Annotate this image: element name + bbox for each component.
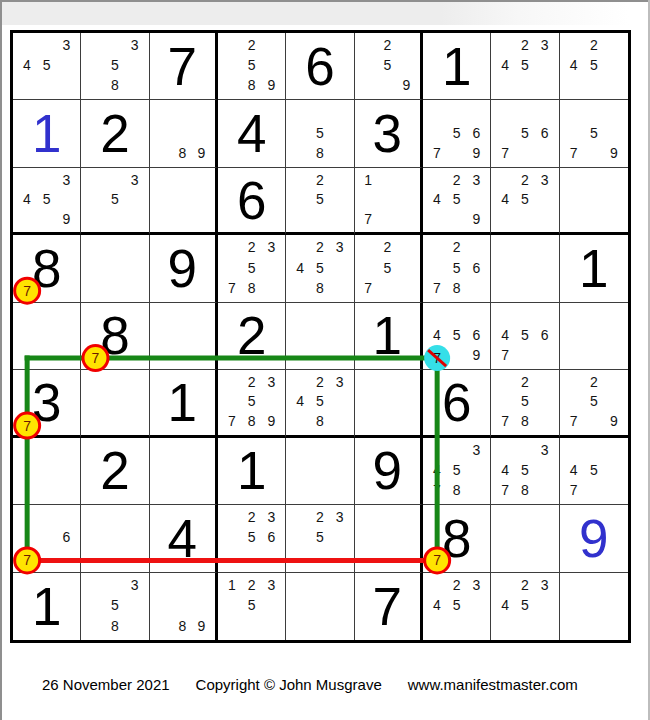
candidate	[290, 411, 310, 430]
candidate	[495, 237, 515, 257]
candidate	[37, 460, 57, 480]
cell-r6c7[interactable]: 6	[423, 370, 491, 437]
candidate	[427, 237, 447, 257]
cell-r3c1[interactable]: 3459	[13, 168, 81, 235]
cell-r3c3[interactable]	[150, 168, 218, 235]
candidate	[105, 35, 125, 55]
candidate	[359, 55, 378, 75]
candidate	[310, 480, 330, 500]
given-digit: 7	[150, 33, 215, 99]
candidate: 7	[359, 209, 378, 228]
candidate	[535, 507, 555, 527]
cell-r8c7[interactable]: 8	[423, 505, 491, 572]
cell-r4c6[interactable]: 257	[355, 235, 423, 302]
cell-r4c8[interactable]	[491, 235, 559, 302]
candidate: 3	[535, 575, 555, 595]
candidate	[192, 123, 211, 143]
candidate	[173, 305, 192, 325]
cell-r2c2[interactable]: 2	[81, 100, 149, 167]
cell-r4c5[interactable]: 23458	[286, 235, 354, 302]
candidate	[330, 102, 350, 122]
cell-r6c4[interactable]: 235789	[218, 370, 286, 437]
candidate	[378, 547, 397, 567]
candidate	[85, 595, 105, 615]
pencil-marks	[13, 303, 80, 369]
candidate: 5	[447, 123, 467, 143]
candidate	[564, 123, 584, 143]
cell-r7c5[interactable]	[286, 438, 354, 505]
candidate	[330, 440, 350, 460]
cell-r2c4[interactable]: 4	[218, 100, 286, 167]
candidate	[359, 75, 378, 95]
candidate	[37, 170, 57, 189]
pencil-marks	[355, 370, 420, 434]
candidate	[57, 345, 77, 365]
cell-r4c1[interactable]: 8	[13, 235, 81, 302]
candidate	[85, 616, 105, 636]
cell-r8c2[interactable]	[81, 505, 149, 572]
candidate: 3	[467, 170, 487, 189]
cell-r1c8[interactable]: 2345	[491, 33, 559, 100]
given-digit: 8	[81, 303, 148, 369]
candidate	[57, 189, 77, 208]
cell-r7c2[interactable]: 2	[81, 438, 149, 505]
cell-r6c1[interactable]: 3	[13, 370, 81, 437]
candidate	[222, 527, 242, 547]
cell-r9c7[interactable]: 2345	[423, 573, 491, 640]
cell-r3c9[interactable]	[560, 168, 628, 235]
pencil-marks: 3459	[13, 168, 80, 232]
candidate	[584, 189, 604, 208]
pencil-marks: 17	[355, 168, 420, 232]
cell-r8c6[interactable]	[355, 505, 423, 572]
cell-r9c3[interactable]: 89	[150, 573, 218, 640]
candidate	[467, 237, 487, 257]
candidate: 2	[447, 170, 467, 189]
candidate	[242, 547, 262, 567]
cell-r7c1[interactable]	[13, 438, 81, 505]
candidate	[495, 257, 515, 277]
candidate	[125, 278, 145, 298]
candidate: 9	[192, 143, 211, 163]
given-digit: 1	[218, 438, 285, 504]
candidate: 9	[604, 143, 624, 163]
candidate	[154, 616, 173, 636]
cell-r8c5[interactable]: 235	[286, 505, 354, 572]
cell-r6c5[interactable]: 23458	[286, 370, 354, 437]
candidate	[105, 209, 125, 228]
candidate	[397, 209, 416, 228]
candidate	[495, 123, 515, 143]
candidate	[359, 527, 378, 547]
candidate: 7	[564, 411, 584, 430]
candidate	[495, 75, 515, 95]
candidate	[192, 325, 211, 345]
cell-r3c4[interactable]: 6	[218, 168, 286, 235]
candidate	[85, 372, 105, 391]
cell-r5c7[interactable]: 45679	[423, 303, 491, 370]
cell-r2c7[interactable]: 5679	[423, 100, 491, 167]
candidate	[37, 305, 57, 325]
candidate	[222, 507, 242, 527]
candidate	[564, 325, 584, 345]
candidate	[192, 102, 211, 122]
candidate: 5	[515, 392, 535, 411]
pencil-marks: 457	[560, 438, 628, 504]
pencil-marks: 257	[355, 235, 420, 301]
candidate	[192, 480, 211, 500]
candidate	[535, 595, 555, 615]
candidate	[192, 209, 211, 228]
cell-r1c3[interactable]: 7	[150, 33, 218, 100]
candidate	[310, 345, 330, 365]
candidate	[37, 547, 57, 567]
cell-r1c9[interactable]: 245	[560, 33, 628, 100]
candidate: 8	[310, 143, 330, 163]
candidate	[330, 325, 350, 345]
candidate: 7	[17, 547, 37, 567]
cell-r9c1[interactable]: 1	[13, 573, 81, 640]
cell-r3c2[interactable]: 35	[81, 168, 149, 235]
candidate	[57, 507, 77, 527]
candidate	[535, 189, 555, 208]
cell-r8c8[interactable]	[491, 505, 559, 572]
candidate	[564, 616, 584, 636]
candidate	[173, 460, 192, 480]
candidate: 2	[447, 237, 467, 257]
candidate	[564, 102, 584, 122]
candidate	[604, 372, 624, 391]
candidate	[242, 616, 262, 636]
cell-r4c7[interactable]: 25678	[423, 235, 491, 302]
candidate	[330, 616, 350, 636]
pencil-marks: 2356	[218, 505, 285, 571]
candidate	[330, 480, 350, 500]
candidate	[515, 345, 535, 365]
candidate: 3	[330, 507, 350, 527]
candidate	[173, 189, 192, 208]
candidate: 4	[495, 595, 515, 615]
candidate: 8	[105, 616, 125, 636]
cell-r6c8[interactable]: 2578	[491, 370, 559, 437]
cell-r6c2[interactable]	[81, 370, 149, 437]
candidate: 5	[515, 55, 535, 75]
cell-r9c4[interactable]: 1235	[218, 573, 286, 640]
cell-r3c7[interactable]: 23459	[423, 168, 491, 235]
candidate	[359, 547, 378, 567]
given-digit: 4	[150, 505, 215, 571]
candidate: 8	[310, 411, 330, 430]
candidate	[57, 547, 77, 567]
candidate: 3	[125, 35, 145, 55]
candidate	[495, 305, 515, 325]
candidate: 8	[310, 278, 330, 298]
sudoku-board: 3453587258962591234524512894583567956757…	[10, 30, 631, 643]
candidate	[17, 480, 37, 500]
candidate	[17, 170, 37, 189]
candidate	[535, 143, 555, 163]
cell-r9c6[interactable]: 7	[355, 573, 423, 640]
candidate	[584, 440, 604, 460]
cell-r8c9[interactable]: 9	[560, 505, 628, 572]
candidate	[535, 305, 555, 325]
candidate	[290, 460, 310, 480]
cell-r4c4[interactable]: 23578	[218, 235, 286, 302]
cell-r1c2[interactable]: 358	[81, 33, 149, 100]
candidate	[85, 209, 105, 228]
candidate	[192, 189, 211, 208]
cell-r9c2[interactable]: 358	[81, 573, 149, 640]
candidate	[330, 305, 350, 325]
cell-r5c9[interactable]	[560, 303, 628, 370]
candidate	[495, 507, 515, 527]
cell-r2c6[interactable]: 3	[355, 100, 423, 167]
candidate	[330, 278, 350, 298]
candidate	[154, 460, 173, 480]
given-digit: 6	[218, 168, 285, 232]
candidate	[535, 547, 555, 567]
candidate	[125, 209, 145, 228]
candidate	[85, 170, 105, 189]
candidate: 1	[359, 170, 378, 189]
cell-r1c5[interactable]: 6	[286, 33, 354, 100]
candidate	[564, 440, 584, 460]
candidate	[125, 411, 145, 430]
candidate: 2	[242, 507, 262, 527]
cell-r1c4[interactable]: 2589	[218, 33, 286, 100]
solver-digit: 9	[560, 505, 628, 571]
given-digit: 9	[355, 438, 420, 504]
candidate: 5	[447, 325, 467, 345]
candidate	[125, 372, 145, 391]
pencil-marks	[286, 438, 353, 504]
candidate: 2	[515, 575, 535, 595]
candidate: 8	[447, 480, 467, 500]
candidate	[604, 595, 624, 615]
candidate	[154, 123, 173, 143]
candidate	[192, 440, 211, 460]
candidate	[535, 278, 555, 298]
candidate	[310, 209, 330, 228]
candidate	[604, 305, 624, 325]
cell-r6c3[interactable]: 1	[150, 370, 218, 437]
candidate	[37, 480, 57, 500]
footer: 26 November 2021Copyright © John Musgrav…	[42, 676, 604, 693]
candidate	[310, 547, 330, 567]
candidate: 5	[515, 325, 535, 345]
candidate: 7	[564, 480, 584, 500]
candidate	[37, 75, 57, 95]
cell-r2c5[interactable]: 58	[286, 100, 354, 167]
candidate: 3	[330, 237, 350, 257]
candidate	[535, 257, 555, 277]
candidate	[57, 55, 77, 75]
cell-r2c1[interactable]: 1	[13, 100, 81, 167]
cell-r3c6[interactable]: 17	[355, 168, 423, 235]
cell-r8c4[interactable]: 2356	[218, 505, 286, 572]
candidate	[17, 440, 37, 460]
candidate	[17, 460, 37, 480]
candidate	[495, 170, 515, 189]
candidate	[85, 547, 105, 567]
candidate	[515, 102, 535, 122]
pencil-marks: 34578	[423, 438, 490, 504]
candidate	[564, 35, 584, 55]
cell-r6c6[interactable]	[355, 370, 423, 437]
cell-r7c9[interactable]: 457	[560, 438, 628, 505]
candidate	[125, 257, 145, 277]
cell-r5c3[interactable]	[150, 303, 218, 370]
cell-r7c7[interactable]: 34578	[423, 438, 491, 505]
candidate	[427, 257, 447, 277]
candidate	[57, 325, 77, 345]
candidate: 5	[584, 392, 604, 411]
candidate: 5	[447, 595, 467, 615]
candidate: 2	[378, 35, 397, 55]
candidate	[584, 75, 604, 95]
cell-r4c9[interactable]: 1	[560, 235, 628, 302]
cell-r1c6[interactable]: 259	[355, 33, 423, 100]
candidate	[397, 392, 416, 411]
cell-r5c1[interactable]	[13, 303, 81, 370]
candidate	[397, 507, 416, 527]
given-digit: 1	[150, 370, 215, 434]
cell-r5c5[interactable]	[286, 303, 354, 370]
candidate	[290, 616, 310, 636]
candidate	[154, 102, 173, 122]
cell-r7c4[interactable]: 1	[218, 438, 286, 505]
candidate	[427, 616, 447, 636]
candidate: 5	[242, 392, 262, 411]
candidate	[467, 189, 487, 208]
candidate	[290, 507, 310, 527]
cell-r2c3[interactable]: 89	[150, 100, 218, 167]
candidate	[515, 278, 535, 298]
candidate	[154, 170, 173, 189]
candidate	[105, 547, 125, 567]
candidate: 2	[515, 372, 535, 391]
candidate	[378, 372, 397, 391]
candidate: 3	[535, 35, 555, 55]
candidate	[330, 189, 350, 208]
candidate	[535, 616, 555, 636]
candidate	[85, 278, 105, 298]
candidate	[467, 102, 487, 122]
cell-r4c3[interactable]: 9	[150, 235, 218, 302]
candidate	[447, 305, 467, 325]
candidate	[584, 616, 604, 636]
candidate: 7	[495, 480, 515, 500]
candidate	[222, 75, 242, 95]
candidate	[495, 547, 515, 567]
pencil-marks: 67	[13, 505, 80, 571]
footer-copyright: Copyright © John Musgrave	[196, 676, 382, 693]
candidate	[173, 102, 192, 122]
cell-r7c3[interactable]	[150, 438, 218, 505]
candidate	[467, 278, 487, 298]
candidate	[584, 411, 604, 430]
cell-r2c8[interactable]: 567	[491, 100, 559, 167]
candidate: 7	[359, 278, 378, 298]
cell-r6c9[interactable]: 2579	[560, 370, 628, 437]
candidate	[447, 440, 467, 460]
candidate	[604, 209, 624, 228]
cell-r7c8[interactable]: 34578	[491, 438, 559, 505]
candidate	[515, 257, 535, 277]
candidate	[192, 575, 211, 595]
candidate	[154, 440, 173, 460]
pencil-marks	[491, 505, 558, 571]
cell-r5c8[interactable]: 4567	[491, 303, 559, 370]
candidate	[17, 345, 37, 365]
candidate	[125, 616, 145, 636]
cell-r8c3[interactable]: 4	[150, 505, 218, 572]
cell-r9c9[interactable]	[560, 573, 628, 640]
cell-r5c6[interactable]: 1	[355, 303, 423, 370]
candidate: 7	[495, 143, 515, 163]
candidate	[564, 595, 584, 615]
cell-r9c8[interactable]: 2345	[491, 573, 559, 640]
candidate	[427, 305, 447, 325]
candidate: 3	[467, 575, 487, 595]
cell-r3c5[interactable]: 25	[286, 168, 354, 235]
candidate	[604, 325, 624, 345]
cell-r5c4[interactable]: 2	[218, 303, 286, 370]
pencil-marks: 4567	[491, 303, 558, 369]
cell-r1c1[interactable]: 345	[13, 33, 81, 100]
candidate: 4	[495, 55, 515, 75]
cell-r8c1[interactable]: 67	[13, 505, 81, 572]
candidate: 8	[515, 411, 535, 430]
candidate: 7	[495, 411, 515, 430]
candidate	[290, 189, 310, 208]
candidate	[290, 480, 310, 500]
candidate: 4	[427, 189, 447, 208]
cell-r7c6[interactable]: 9	[355, 438, 423, 505]
candidate	[17, 35, 37, 55]
pencil-marks: 23578	[218, 235, 285, 301]
candidate	[85, 35, 105, 55]
cell-r2c9[interactable]: 579	[560, 100, 628, 167]
pencil-marks: 35	[81, 168, 148, 232]
candidate	[604, 170, 624, 189]
candidate: 5	[447, 189, 467, 208]
candidate	[495, 102, 515, 122]
candidate	[173, 480, 192, 500]
candidate	[467, 305, 487, 325]
pencil-marks: 245	[560, 33, 628, 99]
cell-r4c2[interactable]	[81, 235, 149, 302]
candidate	[397, 189, 416, 208]
candidate: 4	[564, 460, 584, 480]
cell-r3c8[interactable]: 2345	[491, 168, 559, 235]
candidate: 2	[242, 35, 262, 55]
sudoku-app-window: 3453587258962591234524512894583567956757…	[0, 0, 650, 720]
candidate	[397, 278, 416, 298]
candidate	[584, 325, 604, 345]
cell-r5c2[interactable]: 8	[81, 303, 149, 370]
candidate	[17, 507, 37, 527]
cell-r9c5[interactable]	[286, 573, 354, 640]
candidate	[125, 547, 145, 567]
candidate	[427, 209, 447, 228]
cell-r1c7[interactable]: 1	[423, 33, 491, 100]
candidate: 8	[173, 616, 192, 636]
pencil-marks: 45679	[423, 303, 490, 369]
candidate: 5	[584, 123, 604, 143]
candidate: 5	[584, 55, 604, 75]
candidate	[85, 75, 105, 95]
